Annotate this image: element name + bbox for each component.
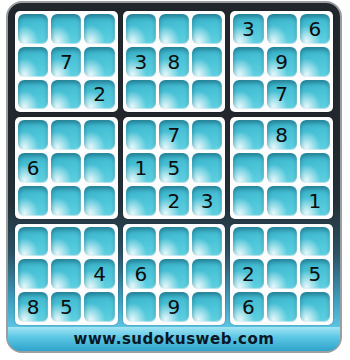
cell-r3c1[interactable]: [18, 80, 48, 110]
cell-r6c4[interactable]: [126, 186, 156, 216]
cell-r9c5[interactable]: 9: [159, 292, 189, 322]
box-r1c1: 72: [15, 11, 118, 112]
cell-r3c2[interactable]: [51, 80, 81, 110]
cell-r8c4[interactable]: 6: [126, 259, 156, 289]
cell-r4c1[interactable]: [18, 120, 48, 150]
cell-r9c7[interactable]: 6: [233, 292, 263, 322]
cell-r7c9[interactable]: [300, 227, 330, 257]
cell-r4c4[interactable]: [126, 120, 156, 150]
cell-r6c5[interactable]: 2: [159, 186, 189, 216]
cell-r5c8[interactable]: [267, 153, 297, 183]
cell-r4c2[interactable]: [51, 120, 81, 150]
cell-r9c8[interactable]: [267, 292, 297, 322]
cell-r2c1[interactable]: [18, 47, 48, 77]
cell-r3c7[interactable]: [233, 80, 263, 110]
cell-r4c8[interactable]: 8: [267, 120, 297, 150]
cell-r9c3[interactable]: [84, 292, 114, 322]
cell-r2c8[interactable]: 9: [267, 47, 297, 77]
cell-r2c2[interactable]: 7: [51, 47, 81, 77]
cell-r7c8[interactable]: [267, 227, 297, 257]
cell-r1c7[interactable]: 3: [233, 14, 263, 44]
page: 723836976715238148569256 www.sudokusweb.…: [0, 0, 350, 360]
cell-r2c3[interactable]: [84, 47, 114, 77]
cell-r7c6[interactable]: [192, 227, 222, 257]
cell-r5c9[interactable]: [300, 153, 330, 183]
cell-r9c9[interactable]: [300, 292, 330, 322]
cell-r7c3[interactable]: [84, 227, 114, 257]
cell-r5c3[interactable]: [84, 153, 114, 183]
cell-r1c1[interactable]: [18, 14, 48, 44]
cell-r4c7[interactable]: [233, 120, 263, 150]
box-r2c3: 81: [230, 117, 333, 218]
cell-r8c5[interactable]: [159, 259, 189, 289]
cell-r8c1[interactable]: [18, 259, 48, 289]
cell-r9c1[interactable]: 8: [18, 292, 48, 322]
cell-r6c6[interactable]: 3: [192, 186, 222, 216]
cell-r5c6[interactable]: [192, 153, 222, 183]
cell-r3c9[interactable]: [300, 80, 330, 110]
cell-r9c4[interactable]: [126, 292, 156, 322]
cell-r1c3[interactable]: [84, 14, 114, 44]
cell-r2c5[interactable]: 8: [159, 47, 189, 77]
cell-r5c4[interactable]: 1: [126, 153, 156, 183]
cell-r3c4[interactable]: [126, 80, 156, 110]
cell-r1c4[interactable]: [126, 14, 156, 44]
box-r3c1: 485: [15, 224, 118, 325]
cell-r5c2[interactable]: [51, 153, 81, 183]
cell-r2c6[interactable]: [192, 47, 222, 77]
cell-r2c4[interactable]: 3: [126, 47, 156, 77]
cell-r5c5[interactable]: 5: [159, 153, 189, 183]
cell-r8c7[interactable]: 2: [233, 259, 263, 289]
cell-r8c9[interactable]: 5: [300, 259, 330, 289]
cell-r5c1[interactable]: 6: [18, 153, 48, 183]
cell-r7c4[interactable]: [126, 227, 156, 257]
cell-r1c8[interactable]: [267, 14, 297, 44]
cell-r6c2[interactable]: [51, 186, 81, 216]
cell-r3c5[interactable]: [159, 80, 189, 110]
cell-r7c1[interactable]: [18, 227, 48, 257]
box-r3c2: 69: [123, 224, 226, 325]
cell-r7c2[interactable]: [51, 227, 81, 257]
cell-r4c5[interactable]: 7: [159, 120, 189, 150]
cell-r1c5[interactable]: [159, 14, 189, 44]
cell-r6c1[interactable]: [18, 186, 48, 216]
box-r1c3: 3697: [230, 11, 333, 112]
cell-r2c9[interactable]: [300, 47, 330, 77]
sudoku-board: 723836976715238148569256 www.sudokusweb.…: [6, 1, 342, 353]
cell-r1c2[interactable]: [51, 14, 81, 44]
cell-r4c6[interactable]: [192, 120, 222, 150]
cell-r2c7[interactable]: [233, 47, 263, 77]
cell-r8c3[interactable]: 4: [84, 259, 114, 289]
cell-r6c9[interactable]: 1: [300, 186, 330, 216]
cell-r8c8[interactable]: [267, 259, 297, 289]
box-r2c1: 6: [15, 117, 118, 218]
cell-r4c9[interactable]: [300, 120, 330, 150]
footer-bar: www.sudokusweb.com: [8, 327, 340, 351]
cell-r5c7[interactable]: [233, 153, 263, 183]
box-r2c2: 71523: [123, 117, 226, 218]
cell-r9c2[interactable]: 5: [51, 292, 81, 322]
cell-r8c2[interactable]: [51, 259, 81, 289]
cell-r8c6[interactable]: [192, 259, 222, 289]
cell-r9c6[interactable]: [192, 292, 222, 322]
cell-r6c8[interactable]: [267, 186, 297, 216]
cell-r3c8[interactable]: 7: [267, 80, 297, 110]
box-r3c3: 256: [230, 224, 333, 325]
cell-r3c6[interactable]: [192, 80, 222, 110]
cell-r6c7[interactable]: [233, 186, 263, 216]
cell-r7c5[interactable]: [159, 227, 189, 257]
cell-r7c7[interactable]: [233, 227, 263, 257]
cell-r1c6[interactable]: [192, 14, 222, 44]
cell-r4c3[interactable]: [84, 120, 114, 150]
cell-r6c3[interactable]: [84, 186, 114, 216]
site-url-link[interactable]: www.sudokusweb.com: [74, 330, 275, 348]
board-grid: 723836976715238148569256: [15, 11, 333, 325]
box-r1c2: 38: [123, 11, 226, 112]
cell-r1c9[interactable]: 6: [300, 14, 330, 44]
cell-r3c3[interactable]: 2: [84, 80, 114, 110]
